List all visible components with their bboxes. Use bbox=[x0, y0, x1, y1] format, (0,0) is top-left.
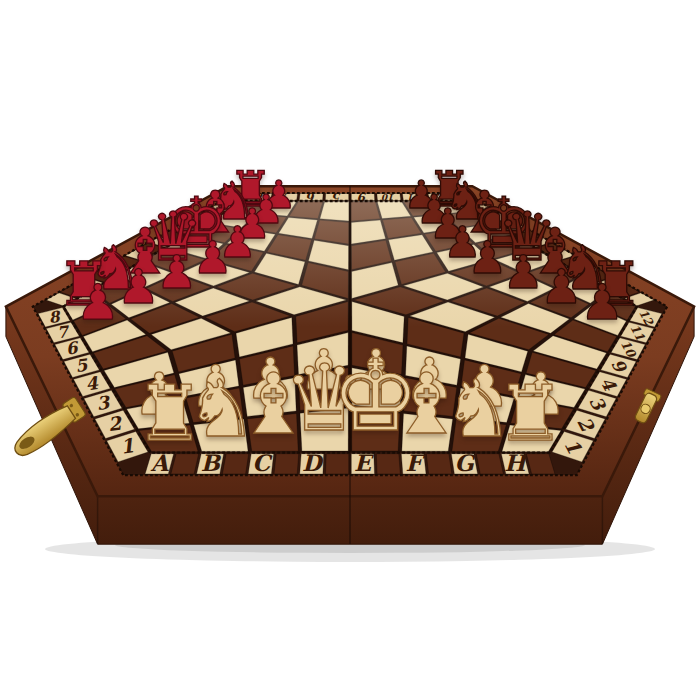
red-pawn-8[interactable]: ♟ bbox=[76, 279, 120, 328]
maroon-pawn-2[interactable]: ♟ bbox=[540, 264, 582, 311]
red-pawn-7[interactable]: ♟ bbox=[117, 264, 159, 311]
maroon-pawn-3[interactable]: ♟ bbox=[503, 249, 544, 295]
white-rook-1[interactable]: ♜ bbox=[135, 375, 204, 452]
red-pawn-5[interactable]: ♟ bbox=[193, 236, 233, 281]
red-pawn-6[interactable]: ♟ bbox=[156, 249, 197, 295]
three-player-chess-photo: 123456781234910111287659101112ABCDEFGH ♜… bbox=[0, 0, 700, 700]
maroon-pawn-4[interactable]: ♟ bbox=[467, 236, 507, 281]
white-rook-2[interactable]: ♜ bbox=[496, 375, 565, 452]
pieces-layer: ♜♜♟♟♞♞♟♟♝♝♟♟♚♚♟♟♛♛♟♟♝♝♟♟♞♞♟♟♜♜♟♟♟♟♟♟♟♟♟♟… bbox=[0, 0, 700, 700]
maroon-pawn-1[interactable]: ♟ bbox=[580, 279, 624, 328]
